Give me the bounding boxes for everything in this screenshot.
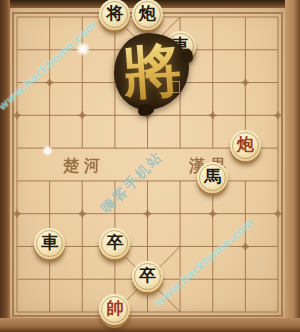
sparkle-icon	[76, 42, 90, 56]
xiangqi-board-screenshot: 楚河 漢界 将炮車炮馬車卒卒帥 將 www.hackhome.com 嗨客手机站…	[0, 0, 300, 332]
piece-black-general[interactable]: 将	[99, 0, 130, 30]
stamp-seal-icon	[168, 81, 180, 93]
piece-glyph: 卒	[106, 234, 123, 251]
star-point	[45, 78, 54, 87]
river-label-chu: 楚河	[63, 156, 105, 177]
sparkle-icon	[42, 145, 53, 156]
star-point	[241, 242, 250, 251]
piece-glyph: 車	[41, 234, 58, 251]
star-point	[208, 209, 217, 218]
piece-black-soldier-2[interactable]: 卒	[132, 261, 163, 292]
piece-red-general[interactable]: 帥	[99, 294, 130, 325]
piece-black-chariot[interactable]: 車	[34, 228, 65, 259]
piece-glyph: 卒	[139, 267, 156, 284]
piece-glyph: 将	[106, 5, 123, 22]
piece-glyph: 炮	[139, 5, 156, 22]
star-point	[241, 78, 250, 87]
star-point	[143, 209, 152, 218]
piece-black-cannon[interactable]: 炮	[132, 0, 163, 30]
piece-red-cannon[interactable]: 炮	[230, 130, 261, 161]
star-point	[208, 111, 217, 120]
star-point	[78, 111, 87, 120]
piece-glyph: 帥	[106, 300, 123, 317]
star-point	[78, 209, 87, 218]
check-stamp: 將	[114, 33, 189, 110]
piece-glyph: 馬	[204, 168, 221, 185]
check-stamp-character: 將	[120, 31, 183, 113]
piece-glyph: 炮	[237, 136, 254, 153]
